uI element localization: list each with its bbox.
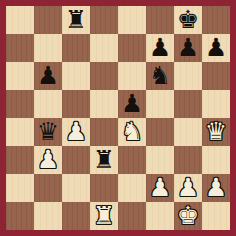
square-c5[interactable]	[62, 90, 90, 118]
square-d7[interactable]	[90, 34, 118, 62]
square-g2[interactable]: ♟	[174, 174, 202, 202]
square-g1[interactable]: ♚	[174, 202, 202, 230]
square-b1[interactable]	[34, 202, 62, 230]
piece-black-rook[interactable]: ♜	[65, 6, 87, 34]
square-b4[interactable]: ♛	[34, 118, 62, 146]
square-d2[interactable]	[90, 174, 118, 202]
piece-black-knight[interactable]: ♞	[149, 62, 171, 90]
square-a2[interactable]	[6, 174, 34, 202]
square-b2[interactable]	[34, 174, 62, 202]
square-a8[interactable]	[6, 6, 34, 34]
square-e5[interactable]: ♟	[118, 90, 146, 118]
square-d5[interactable]	[90, 90, 118, 118]
square-b3[interactable]: ♟	[34, 146, 62, 174]
piece-black-rook[interactable]: ♜	[93, 146, 115, 174]
square-a1[interactable]	[6, 202, 34, 230]
square-b8[interactable]	[34, 6, 62, 34]
square-e6[interactable]	[118, 62, 146, 90]
piece-black-pawn[interactable]: ♟	[205, 34, 227, 62]
square-c8[interactable]: ♜	[62, 6, 90, 34]
piece-white-pawn[interactable]: ♟	[37, 146, 59, 174]
square-f5[interactable]	[146, 90, 174, 118]
square-a3[interactable]	[6, 146, 34, 174]
square-c2[interactable]	[62, 174, 90, 202]
square-g6[interactable]	[174, 62, 202, 90]
piece-white-king[interactable]: ♚	[177, 202, 199, 230]
piece-black-queen[interactable]: ♛	[37, 118, 59, 146]
piece-white-queen[interactable]: ♛	[205, 118, 227, 146]
square-h6[interactable]	[202, 62, 230, 90]
square-h2[interactable]: ♟	[202, 174, 230, 202]
square-g3[interactable]	[174, 146, 202, 174]
square-e2[interactable]	[118, 174, 146, 202]
square-e1[interactable]	[118, 202, 146, 230]
square-a5[interactable]	[6, 90, 34, 118]
piece-white-pawn[interactable]: ♟	[65, 118, 87, 146]
square-b5[interactable]	[34, 90, 62, 118]
piece-black-pawn[interactable]: ♟	[177, 34, 199, 62]
square-f2[interactable]: ♟	[146, 174, 174, 202]
square-d6[interactable]	[90, 62, 118, 90]
square-c6[interactable]	[62, 62, 90, 90]
square-h8[interactable]	[202, 6, 230, 34]
square-f7[interactable]: ♟	[146, 34, 174, 62]
piece-black-king[interactable]: ♚	[177, 6, 199, 34]
square-f1[interactable]	[146, 202, 174, 230]
square-d3[interactable]: ♜	[90, 146, 118, 174]
piece-white-pawn[interactable]: ♟	[177, 174, 199, 202]
square-g8[interactable]: ♚	[174, 6, 202, 34]
square-a4[interactable]	[6, 118, 34, 146]
square-e3[interactable]	[118, 146, 146, 174]
square-f3[interactable]	[146, 146, 174, 174]
square-h3[interactable]	[202, 146, 230, 174]
piece-black-pawn[interactable]: ♟	[37, 62, 59, 90]
chess-board-frame: ♜♚♟♟♟♟♞♟♛♟♞♛♟♜♟♟♟♜♚	[0, 0, 236, 236]
square-h5[interactable]	[202, 90, 230, 118]
square-h4[interactable]: ♛	[202, 118, 230, 146]
square-d1[interactable]: ♜	[90, 202, 118, 230]
piece-white-pawn[interactable]: ♟	[149, 174, 171, 202]
square-h1[interactable]	[202, 202, 230, 230]
square-b7[interactable]	[34, 34, 62, 62]
square-f4[interactable]	[146, 118, 174, 146]
square-c7[interactable]	[62, 34, 90, 62]
square-h7[interactable]: ♟	[202, 34, 230, 62]
chess-board: ♜♚♟♟♟♟♞♟♛♟♞♛♟♜♟♟♟♜♚	[6, 6, 230, 230]
square-e8[interactable]	[118, 6, 146, 34]
piece-black-pawn[interactable]: ♟	[121, 90, 143, 118]
square-c3[interactable]	[62, 146, 90, 174]
square-a7[interactable]	[6, 34, 34, 62]
square-g4[interactable]	[174, 118, 202, 146]
square-d8[interactable]	[90, 6, 118, 34]
square-f6[interactable]: ♞	[146, 62, 174, 90]
piece-white-knight[interactable]: ♞	[121, 118, 143, 146]
square-a6[interactable]	[6, 62, 34, 90]
square-b6[interactable]: ♟	[34, 62, 62, 90]
piece-white-rook[interactable]: ♜	[93, 202, 115, 230]
square-e7[interactable]	[118, 34, 146, 62]
square-f8[interactable]	[146, 6, 174, 34]
square-c4[interactable]: ♟	[62, 118, 90, 146]
square-e4[interactable]: ♞	[118, 118, 146, 146]
square-c1[interactable]	[62, 202, 90, 230]
square-d4[interactable]	[90, 118, 118, 146]
square-g5[interactable]	[174, 90, 202, 118]
piece-white-pawn[interactable]: ♟	[205, 174, 227, 202]
piece-black-pawn[interactable]: ♟	[149, 34, 171, 62]
square-g7[interactable]: ♟	[174, 34, 202, 62]
